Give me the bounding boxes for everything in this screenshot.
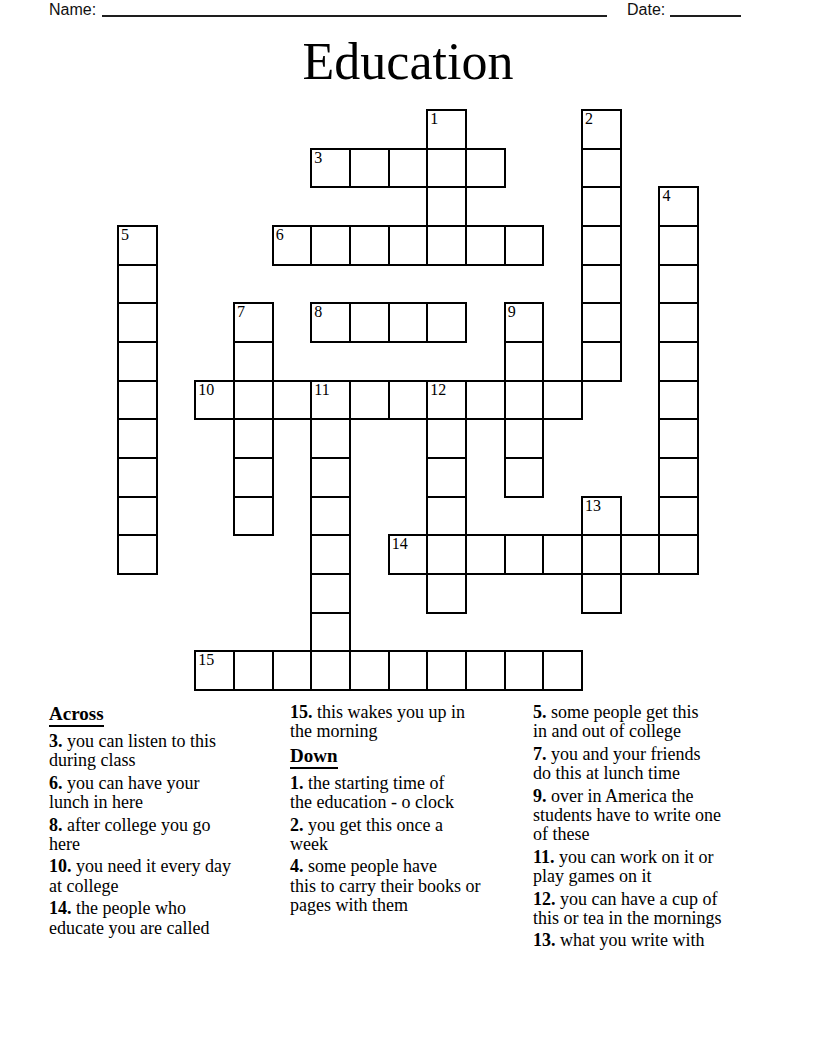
clue-number-label: 7. <box>533 744 547 764</box>
date-blank-line <box>670 15 741 17</box>
clue-line: students have to write one <box>533 806 793 825</box>
grid-cell[interactable] <box>504 225 545 266</box>
clue-number: 8 <box>314 303 322 321</box>
clue-number-label: 8. <box>49 815 63 835</box>
clue-section-header-text: Down <box>290 745 338 769</box>
clue-line: 8. after college you go <box>49 816 287 835</box>
grid-cell[interactable]: 15 <box>194 650 235 691</box>
grid-cell[interactable] <box>426 534 467 575</box>
grid-cell[interactable] <box>388 302 429 343</box>
clue-number-label: 3. <box>49 731 63 751</box>
grid-cell[interactable] <box>426 650 467 691</box>
grid-cell[interactable] <box>504 380 545 421</box>
clue-line: of these <box>533 825 793 844</box>
grid-cell[interactable] <box>310 534 351 575</box>
grid-cell[interactable]: 6 <box>272 225 313 266</box>
clue-number: 7 <box>237 303 245 321</box>
clue-number-label: 4. <box>290 856 304 876</box>
grid-cell[interactable] <box>620 534 661 575</box>
clue-12: 12. you can have a cup ofthis or tea in … <box>533 890 793 929</box>
clue-number: 4 <box>662 187 670 205</box>
grid-cell[interactable]: 3 <box>310 148 351 189</box>
clue-line: in and out of college <box>533 722 793 741</box>
clue-number-label: 9. <box>533 786 547 806</box>
grid-cell[interactable] <box>658 496 699 537</box>
clue-line: 14. the people who <box>49 899 287 918</box>
clue-number-label: 2. <box>290 815 304 835</box>
grid-cell[interactable] <box>349 302 390 343</box>
grid-cell[interactable] <box>504 457 545 498</box>
grid-cell[interactable] <box>117 457 158 498</box>
clue-line: 7. you and your friends <box>533 745 793 764</box>
clue-line: at college <box>49 877 287 896</box>
grid-cell[interactable] <box>310 418 351 459</box>
grid-cell[interactable] <box>542 650 583 691</box>
grid-cell[interactable] <box>426 186 467 227</box>
grid-cell[interactable] <box>388 148 429 189</box>
clue-number-label: 12. <box>533 889 556 909</box>
clue-line: pages with them <box>290 896 530 915</box>
grid-cell[interactable] <box>310 457 351 498</box>
grid-cell[interactable] <box>581 573 622 614</box>
clue-number: 3 <box>314 149 322 167</box>
clue-number: 1 <box>430 110 438 128</box>
grid-cell[interactable] <box>465 225 506 266</box>
grid-cell[interactable] <box>426 457 467 498</box>
grid-cell[interactable]: 7 <box>233 302 274 343</box>
clue-number: 5 <box>121 226 129 244</box>
clue-line: educate you are called <box>49 919 287 938</box>
grid-cell[interactable] <box>233 650 274 691</box>
clue-number-label: 1. <box>290 773 304 793</box>
clue-number: 13 <box>585 497 601 515</box>
grid-cell[interactable] <box>117 380 158 421</box>
grid-cell[interactable] <box>117 302 158 343</box>
grid-cell[interactable] <box>426 225 467 266</box>
clue-14: 14. the people whoeducate you are called <box>49 899 287 938</box>
clue-line: 1. the starting time of <box>290 774 530 793</box>
grid-cell[interactable] <box>504 418 545 459</box>
clue-number: 14 <box>392 535 408 553</box>
grid-cell[interactable] <box>426 573 467 614</box>
grid-cell[interactable]: 13 <box>581 496 622 537</box>
clue-line: the morning <box>290 722 530 741</box>
grid-cell[interactable] <box>233 457 274 498</box>
clue-number: 11 <box>314 381 329 399</box>
clue-number-label: 10. <box>49 856 72 876</box>
grid-cell[interactable] <box>349 225 390 266</box>
grid-cell[interactable] <box>388 380 429 421</box>
grid-cell[interactable] <box>542 380 583 421</box>
clue-line: 6. you can have your <box>49 774 287 793</box>
clue-number-label: 14. <box>49 898 72 918</box>
grid-cell[interactable] <box>117 418 158 459</box>
grid-cell[interactable] <box>658 457 699 498</box>
clue-number: 6 <box>276 226 284 244</box>
grid-cell[interactable] <box>658 418 699 459</box>
grid-cell[interactable] <box>117 534 158 575</box>
clue-number: 12 <box>430 381 446 399</box>
grid-cell[interactable] <box>504 534 545 575</box>
grid-cell[interactable] <box>310 496 351 537</box>
clue-line: 10. you need it every day <box>49 857 287 876</box>
grid-cell[interactable] <box>581 186 622 227</box>
grid-cell[interactable] <box>426 302 467 343</box>
clue-section-header-text: Across <box>49 703 104 727</box>
grid-cell[interactable]: 10 <box>194 380 235 421</box>
grid-cell[interactable] <box>233 496 274 537</box>
grid-cell[interactable] <box>658 534 699 575</box>
clue-number-label: 13. <box>533 930 556 950</box>
clue-line: play games on it <box>533 867 793 886</box>
grid-cell[interactable] <box>581 148 622 189</box>
clue-7: 7. you and your friendsdo this at lunch … <box>533 745 793 784</box>
clue-section-header: Down <box>290 745 530 769</box>
clue-line: here <box>49 835 287 854</box>
grid-cell[interactable] <box>272 380 313 421</box>
grid-cell[interactable] <box>117 496 158 537</box>
grid-cell[interactable] <box>310 573 351 614</box>
grid-cell[interactable] <box>465 148 506 189</box>
clue-line: the education - o clock <box>290 793 530 812</box>
grid-cell[interactable] <box>272 650 313 691</box>
grid-cell[interactable] <box>658 302 699 343</box>
clue-column-3: 5. some people get thisin and out of col… <box>533 703 793 954</box>
clue-number: 10 <box>198 381 214 399</box>
grid-cell[interactable] <box>117 264 158 305</box>
grid-cell[interactable] <box>504 341 545 382</box>
grid-cell[interactable] <box>658 225 699 266</box>
clue-15: 15. this wakes you up inthe morning <box>290 703 530 742</box>
clue-line: 2. you get this once a <box>290 816 530 835</box>
clue-number-label: 15. <box>290 702 313 722</box>
crossword-grid: 123456789101112131415 <box>117 109 699 691</box>
grid-cell[interactable] <box>117 341 158 382</box>
grid-cell[interactable]: 9 <box>504 302 545 343</box>
clue-13: 13. what you write with <box>533 931 793 950</box>
grid-cell[interactable] <box>426 496 467 537</box>
clue-6: 6. you can have yourlunch in here <box>49 774 287 813</box>
clue-3: 3. you can listen to thisduring class <box>49 732 287 771</box>
grid-cell[interactable] <box>581 225 622 266</box>
clue-line: 9. over in America the <box>533 787 793 806</box>
grid-cell[interactable] <box>658 264 699 305</box>
clue-line: week <box>290 835 530 854</box>
grid-cell[interactable] <box>349 650 390 691</box>
clue-number-label: 5. <box>533 702 547 722</box>
grid-cell[interactable] <box>581 264 622 305</box>
name-label: Name: <box>49 1 96 19</box>
clue-9: 9. over in America thestudents have to w… <box>533 787 793 845</box>
clue-4: 4. some people havethis to carry their b… <box>290 857 530 915</box>
clue-line: this or tea in the mornings <box>533 909 793 928</box>
grid-cell[interactable] <box>310 225 351 266</box>
grid-cell[interactable] <box>658 341 699 382</box>
clue-line: 12. you can have a cup of <box>533 890 793 909</box>
grid-cell[interactable] <box>542 534 583 575</box>
grid-cell[interactable] <box>581 341 622 382</box>
grid-cell[interactable] <box>658 380 699 421</box>
date-label: Date: <box>627 1 665 19</box>
clue-line: 15. this wakes you up in <box>290 703 530 722</box>
grid-cell[interactable] <box>581 534 622 575</box>
grid-cell[interactable] <box>388 225 429 266</box>
clue-line: during class <box>49 751 287 770</box>
worksheet-page: Name: Date: Education 123456789101112131… <box>0 0 816 1056</box>
grid-cell[interactable] <box>465 380 506 421</box>
grid-cell[interactable] <box>233 418 274 459</box>
grid-cell[interactable]: 11 <box>310 380 351 421</box>
clue-line: 11. you can work on it or <box>533 848 793 867</box>
clue-number: 15 <box>198 651 214 669</box>
clue-line: this to carry their books or <box>290 877 530 896</box>
clue-line: 3. you can listen to this <box>49 732 287 751</box>
clue-number: 9 <box>508 303 516 321</box>
grid-cell[interactable]: 5 <box>117 225 158 266</box>
grid-cell[interactable] <box>310 650 351 691</box>
clue-5: 5. some people get thisin and out of col… <box>533 703 793 742</box>
grid-cell[interactable]: 1 <box>426 109 467 150</box>
clue-line: 4. some people have <box>290 857 530 876</box>
grid-cell[interactable] <box>349 148 390 189</box>
grid-cell[interactable] <box>310 612 351 653</box>
clue-10: 10. you need it every dayat college <box>49 857 287 896</box>
clue-column-2: 15. this wakes you up inthe morningDown1… <box>290 703 530 919</box>
grid-cell[interactable]: 14 <box>388 534 429 575</box>
grid-cell[interactable] <box>426 148 467 189</box>
grid-cell[interactable]: 12 <box>426 380 467 421</box>
grid-cell[interactable] <box>465 650 506 691</box>
clue-8: 8. after college you gohere <box>49 816 287 855</box>
grid-cell[interactable] <box>504 650 545 691</box>
clue-2: 2. you get this once aweek <box>290 816 530 855</box>
grid-cell[interactable] <box>233 341 274 382</box>
grid-cell[interactable] <box>388 650 429 691</box>
clue-line: lunch in here <box>49 793 287 812</box>
clue-number-label: 11. <box>533 847 555 867</box>
clue-number: 2 <box>585 110 593 128</box>
clue-1: 1. the starting time ofthe education - o… <box>290 774 530 813</box>
grid-cell[interactable] <box>426 418 467 459</box>
grid-cell[interactable]: 2 <box>581 109 622 150</box>
grid-cell[interactable] <box>465 534 506 575</box>
grid-cell[interactable] <box>349 380 390 421</box>
grid-cell[interactable] <box>581 302 622 343</box>
grid-cell[interactable]: 8 <box>310 302 351 343</box>
clue-number-label: 6. <box>49 773 63 793</box>
clue-11: 11. you can work on it orplay games on i… <box>533 848 793 887</box>
grid-cell[interactable] <box>233 380 274 421</box>
puzzle-title: Education <box>0 36 816 88</box>
clue-line: 13. what you write with <box>533 931 793 950</box>
clue-line: do this at lunch time <box>533 764 793 783</box>
clue-line: 5. some people get this <box>533 703 793 722</box>
name-blank-line <box>102 15 607 17</box>
clue-section-header: Across <box>49 703 287 727</box>
clue-column-1: Across3. you can listen to thisduring cl… <box>49 703 287 941</box>
grid-cell[interactable]: 4 <box>658 186 699 227</box>
